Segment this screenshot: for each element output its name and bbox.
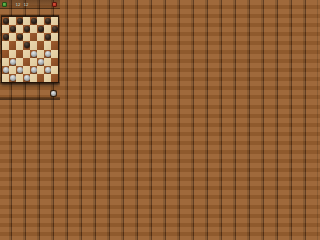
black-piece[interactable]: ⛂ bbox=[45, 34, 51, 40]
square-a3[interactable] bbox=[2, 58, 9, 66]
square-c5[interactable] bbox=[16, 41, 23, 49]
square-g8[interactable]: ⛂ bbox=[44, 17, 51, 25]
square-e5[interactable] bbox=[30, 41, 37, 49]
black-piece[interactable]: ⛂ bbox=[38, 26, 44, 32]
square-d8[interactable] bbox=[23, 17, 30, 25]
black-piece[interactable]: ⛂ bbox=[31, 18, 37, 24]
black-piece[interactable]: ⛂ bbox=[52, 26, 58, 32]
square-a7[interactable] bbox=[2, 25, 9, 33]
square-a5[interactable] bbox=[2, 41, 9, 49]
square-a1[interactable] bbox=[2, 74, 9, 82]
white-piece[interactable]: ⛀ bbox=[10, 59, 16, 65]
square-c3[interactable] bbox=[16, 58, 23, 66]
black-piece[interactable]: ⛂ bbox=[45, 18, 51, 24]
square-b4[interactable] bbox=[9, 50, 16, 58]
black-piece[interactable]: ⛂ bbox=[17, 18, 23, 24]
white-piece[interactable]: ⛀ bbox=[38, 59, 44, 65]
white-piece[interactable]: ⛀ bbox=[45, 67, 51, 73]
square-c6[interactable]: ⛂ bbox=[16, 33, 23, 41]
bottom-edge bbox=[0, 97, 60, 100]
square-d4[interactable] bbox=[23, 50, 30, 58]
square-e6[interactable] bbox=[30, 33, 37, 41]
black-piece[interactable]: ⛂ bbox=[17, 34, 23, 40]
square-e3[interactable] bbox=[30, 58, 37, 66]
square-h3[interactable] bbox=[51, 58, 58, 66]
square-e1[interactable] bbox=[30, 74, 37, 82]
square-b2[interactable] bbox=[9, 66, 16, 74]
square-c7[interactable] bbox=[16, 25, 23, 33]
turn-indicator-button[interactable] bbox=[50, 90, 57, 97]
square-h1[interactable] bbox=[51, 74, 58, 82]
player-black-indicator-icon bbox=[2, 2, 7, 7]
black-piece[interactable]: ⛂ bbox=[10, 26, 16, 32]
white-piece[interactable]: ⛀ bbox=[10, 75, 16, 81]
square-b6[interactable] bbox=[9, 33, 16, 41]
square-a4[interactable] bbox=[2, 50, 9, 58]
square-g2[interactable]: ⛀ bbox=[44, 66, 51, 74]
square-h4[interactable] bbox=[51, 50, 58, 58]
square-e2[interactable]: ⛀ bbox=[30, 66, 37, 74]
square-h5[interactable] bbox=[51, 41, 58, 49]
white-piece[interactable]: ⛀ bbox=[31, 51, 37, 57]
square-g4[interactable]: ⛀ bbox=[44, 50, 51, 58]
square-e4[interactable]: ⛀ bbox=[30, 50, 37, 58]
square-a2[interactable]: ⛀ bbox=[2, 66, 9, 74]
black-piece-count: 12 bbox=[16, 2, 21, 7]
square-f7[interactable]: ⛂ bbox=[37, 25, 44, 33]
checkers-app: { "game": "checkers", "position": { "boa… bbox=[0, 0, 60, 100]
white-piece[interactable]: ⛀ bbox=[45, 51, 51, 57]
square-h7[interactable]: ⛂ bbox=[51, 25, 58, 33]
square-a6[interactable]: ⛂ bbox=[2, 33, 9, 41]
square-h8[interactable] bbox=[51, 17, 58, 25]
square-h2[interactable] bbox=[51, 66, 58, 74]
black-piece[interactable]: ⛂ bbox=[24, 26, 30, 32]
square-g6[interactable]: ⛂ bbox=[44, 33, 51, 41]
square-g7[interactable] bbox=[44, 25, 51, 33]
square-d6[interactable] bbox=[23, 33, 30, 41]
player-white-indicator-icon bbox=[52, 2, 57, 7]
square-g3[interactable] bbox=[44, 58, 51, 66]
square-e8[interactable]: ⛂ bbox=[30, 17, 37, 25]
black-piece[interactable]: ⛂ bbox=[3, 34, 9, 40]
board-shadow bbox=[0, 82, 60, 86]
square-f1[interactable] bbox=[37, 74, 44, 82]
white-piece[interactable]: ⛀ bbox=[17, 67, 23, 73]
black-piece[interactable]: ⛂ bbox=[3, 18, 9, 24]
square-f3[interactable]: ⛀ bbox=[37, 58, 44, 66]
square-c8[interactable]: ⛂ bbox=[16, 17, 23, 25]
square-b7[interactable]: ⛂ bbox=[9, 25, 16, 33]
white-piece-count: 12 bbox=[24, 2, 29, 7]
white-piece[interactable]: ⛀ bbox=[31, 67, 37, 73]
white-piece[interactable]: ⛀ bbox=[3, 67, 9, 73]
square-f5[interactable] bbox=[37, 41, 44, 49]
square-f4[interactable] bbox=[37, 50, 44, 58]
square-g1[interactable] bbox=[44, 74, 51, 82]
square-c4[interactable] bbox=[16, 50, 23, 58]
square-g5[interactable] bbox=[44, 41, 51, 49]
square-h6[interactable] bbox=[51, 33, 58, 41]
square-c1[interactable] bbox=[16, 74, 23, 82]
status-bar: 12 12 bbox=[0, 0, 60, 9]
square-d1[interactable]: ⛀ bbox=[23, 74, 30, 82]
square-a8[interactable]: ⛂ bbox=[2, 17, 9, 25]
square-b1[interactable]: ⛀ bbox=[9, 74, 16, 82]
board[interactable]: ⛂⛂⛂⛂⛂⛂⛂⛂⛂⛂⛂⛂⛀⛀⛀⛀⛀⛀⛀⛀⛀⛀ bbox=[1, 16, 59, 83]
square-b3[interactable]: ⛀ bbox=[9, 58, 16, 66]
square-c2[interactable]: ⛀ bbox=[16, 66, 23, 74]
square-d5[interactable]: ⛂ bbox=[23, 41, 30, 49]
square-f6[interactable] bbox=[37, 33, 44, 41]
square-f8[interactable] bbox=[37, 17, 44, 25]
square-d2[interactable] bbox=[23, 66, 30, 74]
square-d7[interactable]: ⛂ bbox=[23, 25, 30, 33]
black-piece[interactable]: ⛂ bbox=[24, 42, 30, 48]
square-b5[interactable] bbox=[9, 41, 16, 49]
square-b8[interactable] bbox=[9, 17, 16, 25]
square-d3[interactable] bbox=[23, 58, 30, 66]
square-e7[interactable] bbox=[30, 25, 37, 33]
white-checker-icon bbox=[51, 91, 56, 96]
square-f2[interactable] bbox=[37, 66, 44, 74]
white-piece[interactable]: ⛀ bbox=[24, 75, 30, 81]
